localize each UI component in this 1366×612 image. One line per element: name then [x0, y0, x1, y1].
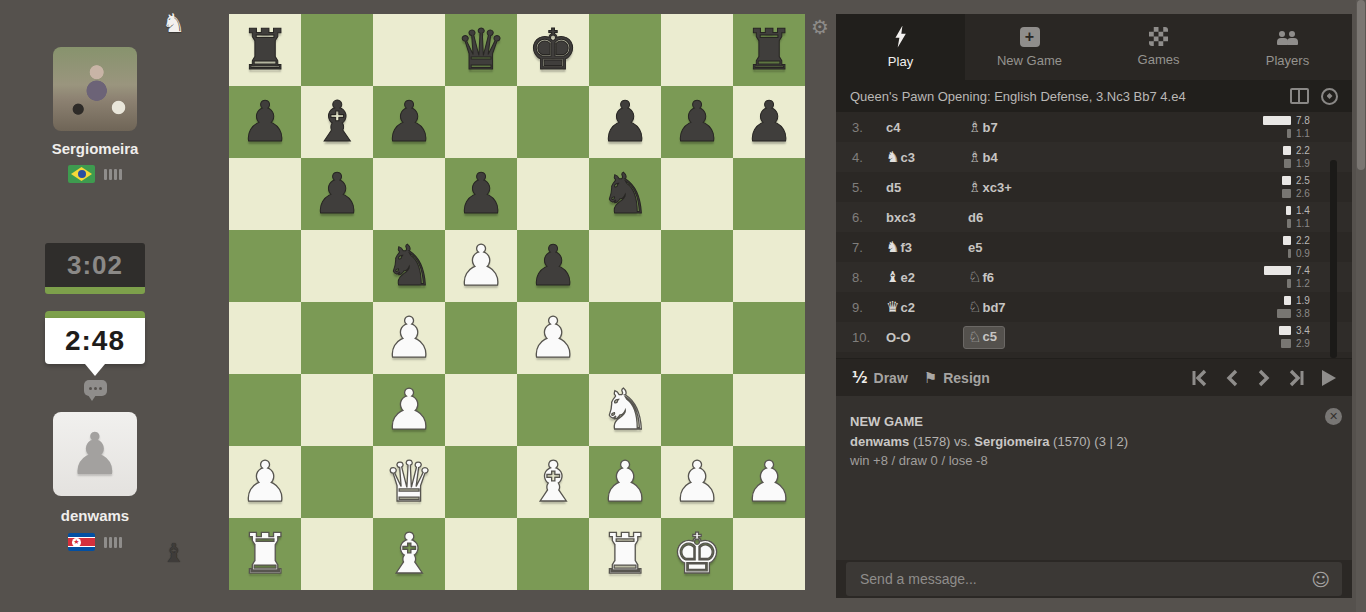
- square-e1[interactable]: [517, 518, 589, 590]
- black-rook-piece[interactable]: ♜: [744, 14, 794, 86]
- move-row: 5.d5♗xc3+2.52.6: [836, 172, 1352, 202]
- page-scrollbar-thumb[interactable]: [1357, 0, 1365, 170]
- square-d7[interactable]: [445, 86, 517, 158]
- black-time-bar: [1284, 159, 1291, 168]
- opponent-time-bar: [45, 287, 145, 294]
- black-move[interactable]: ♗xc3+: [968, 178, 1050, 196]
- square-d8[interactable]: ♛: [445, 14, 517, 86]
- vs-text: vs.: [954, 434, 971, 449]
- black-time-value: 3.8: [1291, 308, 1322, 319]
- go-to-start-button[interactable]: [1188, 367, 1212, 389]
- white-time-bar: [1284, 296, 1291, 305]
- white-bishop-piece[interactable]: ♝: [528, 446, 578, 518]
- square-d3[interactable]: [445, 374, 517, 446]
- white-move[interactable]: O-O: [886, 330, 968, 345]
- square-c2[interactable]: ♛: [373, 446, 445, 518]
- black-pawn-piece[interactable]: ♟: [312, 158, 362, 230]
- square-e4[interactable]: ♟: [517, 302, 589, 374]
- move-number: 3.: [836, 120, 886, 135]
- opening-name: Queen's Pawn Opening: English Defense, 3…: [850, 89, 1290, 104]
- move-row: 9.♛c2♘bd71.93.8: [836, 292, 1352, 322]
- square-a8[interactable]: ♜: [229, 14, 301, 86]
- black-time-value: 2.9: [1291, 338, 1322, 349]
- move-row: 8.♝e2♘f67.41.2: [836, 262, 1352, 292]
- brazil-flag-icon: [68, 165, 95, 183]
- chat-close-icon[interactable]: ✕: [1325, 408, 1342, 425]
- square-c5[interactable]: ♞: [373, 230, 445, 302]
- white-pawn-piece[interactable]: ♟: [240, 446, 290, 518]
- resign-button[interactable]: ⚑ Resign: [924, 369, 990, 387]
- move-navigation: [1188, 367, 1340, 389]
- square-b8[interactable]: [301, 14, 373, 86]
- white-pawn-piece[interactable]: ♟: [384, 374, 434, 446]
- square-f8[interactable]: [589, 14, 661, 86]
- white-player-rating: (1578): [913, 434, 951, 449]
- white-time-value: 7.4: [1291, 265, 1322, 276]
- square-h7[interactable]: ♟: [733, 86, 805, 158]
- white-time-value: 1.4: [1291, 205, 1322, 216]
- white-pawn-piece[interactable]: ♟: [600, 446, 650, 518]
- square-h1[interactable]: [733, 518, 805, 590]
- black-move[interactable]: ♘bd7: [968, 298, 1050, 316]
- move-number: 6.: [836, 210, 886, 225]
- connection-signal-icon: [104, 169, 122, 180]
- people-icon: [1275, 27, 1301, 47]
- square-b3[interactable]: [301, 374, 373, 446]
- square-a6[interactable]: [229, 158, 301, 230]
- square-c6[interactable]: [373, 158, 445, 230]
- black-time-value: 2.6: [1291, 188, 1322, 199]
- black-piece-icon: ♗: [968, 178, 981, 196]
- tab-players[interactable]: Players: [1223, 14, 1352, 80]
- black-move[interactable]: e5: [968, 240, 1050, 255]
- square-c4[interactable]: ♟: [373, 302, 445, 374]
- black-queen-piece[interactable]: ♛: [456, 14, 506, 86]
- black-pawn-piece[interactable]: ♟: [528, 230, 578, 302]
- square-a7[interactable]: ♟: [229, 86, 301, 158]
- white-move[interactable]: bxc3: [886, 210, 968, 225]
- chat-new-game-header: NEW GAME: [850, 414, 923, 429]
- white-bishop-piece[interactable]: ♝: [384, 518, 434, 590]
- square-c3[interactable]: ♟: [373, 374, 445, 446]
- move-number: 8.: [836, 270, 886, 285]
- white-time-value: 3.4: [1291, 325, 1322, 336]
- chat-matchup-line: denwams (1578) vs. Sergiomeira (1570) (3…: [850, 434, 1128, 449]
- tab-games[interactable]: Games: [1094, 14, 1223, 80]
- opponent-name[interactable]: Sergiomeira: [0, 140, 190, 157]
- square-f2[interactable]: ♟: [589, 446, 661, 518]
- chat-area: ✕ NEW GAME denwams (1578) vs. Sergiomeir…: [836, 396, 1352, 560]
- captured-white-knight-icon: ♞: [162, 8, 185, 38]
- white-piece-icon: ♛: [886, 298, 899, 316]
- square-d2[interactable]: [445, 446, 517, 518]
- black-time-value: 0.9: [1291, 248, 1322, 259]
- game-panel: Play + New Game Games Players Queen's Pa…: [836, 14, 1352, 598]
- message-input[interactable]: Send a message... ☺: [846, 562, 1342, 596]
- black-piece-icon: ♘: [968, 298, 981, 316]
- black-pawn-piece[interactable]: ♟: [456, 158, 506, 230]
- square-b7[interactable]: ♝: [301, 86, 373, 158]
- square-a5[interactable]: [229, 230, 301, 302]
- white-knight-piece[interactable]: ♞: [600, 374, 650, 446]
- black-pawn-piece[interactable]: ♟: [672, 86, 722, 158]
- square-e2[interactable]: ♝: [517, 446, 589, 518]
- lightning-icon: [894, 26, 908, 48]
- tab-play[interactable]: Play: [836, 14, 965, 80]
- white-pawn-piece[interactable]: ♟: [744, 446, 794, 518]
- white-rook-piece[interactable]: ♜: [240, 518, 290, 590]
- square-d6[interactable]: ♟: [445, 158, 517, 230]
- square-g1[interactable]: ♚: [661, 518, 733, 590]
- square-g7[interactable]: ♟: [661, 86, 733, 158]
- white-move[interactable]: c4: [886, 120, 968, 135]
- white-piece-icon: ♞: [886, 148, 899, 166]
- black-move[interactable]: ♗b4: [968, 148, 1050, 166]
- settings-gear-icon[interactable]: ⚙: [811, 15, 829, 39]
- move-time-bars: 7.81.1: [1230, 115, 1322, 140]
- square-c8[interactable]: [373, 14, 445, 86]
- white-move[interactable]: ♛c2: [886, 298, 968, 316]
- black-player-rating: (1570): [1053, 434, 1091, 449]
- square-b6[interactable]: ♟: [301, 158, 373, 230]
- white-piece-icon: ♞: [886, 238, 899, 256]
- move-number: 7.: [836, 240, 886, 255]
- square-h2[interactable]: ♟: [733, 446, 805, 518]
- black-pawn-piece[interactable]: ♟: [744, 86, 794, 158]
- connection-signal-icon: [104, 537, 122, 548]
- square-g3[interactable]: [661, 374, 733, 446]
- black-piece-icon: ♘: [968, 328, 981, 346]
- game-controls: ½ Draw ⚑ Resign: [836, 358, 1352, 398]
- black-time-bar: [1281, 339, 1291, 348]
- white-move[interactable]: ♞c3: [886, 148, 968, 166]
- move-time-bars: 1.93.8: [1230, 295, 1322, 320]
- half-point-icon: ½: [852, 369, 868, 387]
- player-time-bar: [45, 311, 145, 318]
- square-f6[interactable]: ♞: [589, 158, 661, 230]
- square-e8[interactable]: ♚: [517, 14, 589, 86]
- white-time-value: 2.5: [1291, 175, 1322, 186]
- black-time-bar: [1282, 189, 1291, 198]
- square-h5[interactable]: [733, 230, 805, 302]
- captured-black-bishop-icon: ♝: [162, 538, 185, 568]
- white-time-bar: [1264, 266, 1291, 275]
- white-move[interactable]: ♞f3: [886, 238, 968, 256]
- black-move[interactable]: ♘c5: [968, 326, 1050, 349]
- square-a4[interactable]: [229, 302, 301, 374]
- opponent-clock: 3:02: [45, 243, 145, 287]
- chess-board[interactable]: ♜♛♚♜♟♝♟♟♟♟♟♟♞♞♟♟♟♟♟♞♟♛♝♟♟♟♜♝♜♚: [229, 14, 805, 590]
- square-h8[interactable]: ♜: [733, 14, 805, 86]
- white-time-bar: [1283, 146, 1291, 155]
- black-time-value: 1.9: [1291, 158, 1322, 169]
- square-b2[interactable]: [301, 446, 373, 518]
- square-a1[interactable]: ♜: [229, 518, 301, 590]
- opponent-flag-row: [0, 165, 190, 183]
- square-a3[interactable]: [229, 374, 301, 446]
- black-rook-piece[interactable]: ♜: [240, 14, 290, 86]
- player-clock-pointer: [85, 364, 105, 376]
- black-piece-icon: ♘: [968, 268, 981, 286]
- opening-book-icon[interactable]: [1290, 88, 1309, 104]
- white-time-bar: [1263, 116, 1291, 125]
- pawn-avatar-icon: ♟: [69, 412, 121, 496]
- left-sidebar: ♞ Sergiomeira 3:02 2:48 ♟ denwams ★ ♝: [0, 0, 229, 612]
- black-move[interactable]: ♗b7: [968, 118, 1050, 136]
- go-to-end-button[interactable]: [1284, 367, 1308, 389]
- move-row: 3.c4♗b77.81.1: [836, 112, 1352, 142]
- white-time-bar: [1282, 176, 1291, 185]
- move-time-bars: 7.41.2: [1230, 265, 1322, 290]
- white-time-bar: [1283, 236, 1291, 245]
- square-g8[interactable]: [661, 14, 733, 86]
- black-time-value: 1.1: [1291, 218, 1322, 229]
- opponent-avatar[interactable]: [53, 47, 137, 131]
- square-f1[interactable]: ♜: [589, 518, 661, 590]
- square-h4[interactable]: [733, 302, 805, 374]
- black-pawn-piece[interactable]: ♟: [384, 86, 434, 158]
- draw-button[interactable]: ½ Draw: [852, 369, 908, 387]
- white-pawn-piece[interactable]: ♟: [384, 302, 434, 374]
- north-korea-flag-icon: ★: [68, 533, 95, 551]
- square-g2[interactable]: ♟: [661, 446, 733, 518]
- square-e3[interactable]: [517, 374, 589, 446]
- square-b5[interactable]: [301, 230, 373, 302]
- square-d1[interactable]: [445, 518, 517, 590]
- white-king-piece[interactable]: ♚: [672, 518, 722, 590]
- white-time-value: 1.9: [1291, 295, 1322, 306]
- white-pawn-piece[interactable]: ♟: [456, 230, 506, 302]
- black-time-value: 1.2: [1291, 278, 1322, 289]
- move-time-bars: 2.52.6: [1230, 175, 1322, 200]
- square-c1[interactable]: ♝: [373, 518, 445, 590]
- move-number: 5.: [836, 180, 886, 195]
- explore-icon[interactable]: [1321, 88, 1338, 105]
- black-piece-icon: ♗: [968, 118, 981, 136]
- square-h3[interactable]: [733, 374, 805, 446]
- square-h6[interactable]: [733, 158, 805, 230]
- move-time-bars: 2.20.9: [1230, 235, 1322, 260]
- move-list-scrollbar[interactable]: [1330, 160, 1337, 358]
- opening-row: Queen's Pawn Opening: English Defense, 3…: [836, 80, 1352, 112]
- autoplay-button[interactable]: [1316, 367, 1340, 389]
- black-king-piece[interactable]: ♚: [528, 14, 578, 86]
- square-f7[interactable]: ♟: [589, 86, 661, 158]
- resign-flag-icon: ⚑: [924, 369, 937, 387]
- move-time-bars: 1.41.1: [1230, 205, 1322, 230]
- chat-bubble-icon[interactable]: [84, 380, 107, 396]
- square-e6[interactable]: [517, 158, 589, 230]
- tab-new-game[interactable]: + New Game: [965, 14, 1094, 80]
- black-time-value: 1.1: [1291, 128, 1322, 139]
- white-player-name: denwams: [850, 434, 909, 449]
- square-d5[interactable]: ♟: [445, 230, 517, 302]
- square-e7[interactable]: [517, 86, 589, 158]
- square-f3[interactable]: ♞: [589, 374, 661, 446]
- white-time-value: 2.2: [1291, 235, 1322, 246]
- move-row: 10.O-O♘c53.42.9: [836, 322, 1352, 352]
- black-piece-icon: ♗: [968, 148, 981, 166]
- move-number: 9.: [836, 300, 886, 315]
- move-row: 6.bxc3d61.41.1: [836, 202, 1352, 232]
- chat-stakes-line: win +8 / draw 0 / lose -8: [850, 453, 988, 468]
- square-e5[interactable]: ♟: [517, 230, 589, 302]
- square-f5[interactable]: [589, 230, 661, 302]
- black-player-name: Sergiomeira: [974, 434, 1049, 449]
- square-g6[interactable]: [661, 158, 733, 230]
- square-f4[interactable]: [589, 302, 661, 374]
- move-time-bars: 2.21.9: [1230, 145, 1322, 170]
- black-pawn-piece[interactable]: ♟: [600, 86, 650, 158]
- checkerboard-icon: [1149, 27, 1168, 46]
- next-move-button[interactable]: [1252, 367, 1276, 389]
- square-b4[interactable]: [301, 302, 373, 374]
- white-pawn-piece[interactable]: ♟: [672, 446, 722, 518]
- move-number: 4.: [836, 150, 886, 165]
- black-move[interactable]: d6: [968, 210, 1050, 225]
- black-knight-piece[interactable]: ♞: [600, 158, 650, 230]
- plus-square-icon: +: [1020, 27, 1040, 47]
- black-move[interactable]: ♘f6: [968, 268, 1050, 286]
- white-time-value: 2.2: [1291, 145, 1322, 156]
- white-time-bar: [1279, 326, 1291, 335]
- move-time-bars: 3.42.9: [1230, 325, 1322, 350]
- page-scrollbar[interactable]: [1356, 0, 1366, 612]
- black-bishop-piece[interactable]: ♝: [312, 86, 362, 158]
- black-pawn-piece[interactable]: ♟: [240, 86, 290, 158]
- white-rook-piece[interactable]: ♜: [600, 518, 650, 590]
- time-control: (3 | 2): [1094, 434, 1128, 449]
- square-a2[interactable]: ♟: [229, 446, 301, 518]
- white-time-value: 7.8: [1291, 115, 1322, 126]
- emoji-smiley-icon[interactable]: ☺: [1311, 569, 1330, 590]
- square-c7[interactable]: ♟: [373, 86, 445, 158]
- black-knight-piece[interactable]: ♞: [384, 230, 434, 302]
- white-move[interactable]: ♝e2: [886, 268, 968, 286]
- move-list: 3.c4♗b77.81.14.♞c3♗b42.21.95.d5♗xc3+2.52…: [836, 112, 1352, 358]
- square-b1[interactable]: [301, 518, 373, 590]
- move-number: 10.: [836, 330, 886, 345]
- white-pawn-piece[interactable]: ♟: [528, 302, 578, 374]
- white-piece-icon: ♝: [886, 268, 899, 286]
- player-clock: 2:48: [45, 318, 145, 364]
- white-move[interactable]: d5: [886, 180, 968, 195]
- message-placeholder: Send a message...: [860, 571, 1311, 587]
- player-avatar[interactable]: ♟: [53, 412, 137, 496]
- square-g5[interactable]: [661, 230, 733, 302]
- black-time-bar: [1277, 309, 1291, 318]
- previous-move-button[interactable]: [1220, 367, 1244, 389]
- panel-tabs: Play + New Game Games Players: [836, 14, 1352, 80]
- player-name[interactable]: denwams: [0, 507, 190, 524]
- move-row: 4.♞c3♗b42.21.9: [836, 142, 1352, 172]
- square-g4[interactable]: [661, 302, 733, 374]
- move-row: 7.♞f3e52.20.9: [836, 232, 1352, 262]
- white-queen-piece[interactable]: ♛: [384, 446, 434, 518]
- square-d4[interactable]: [445, 302, 517, 374]
